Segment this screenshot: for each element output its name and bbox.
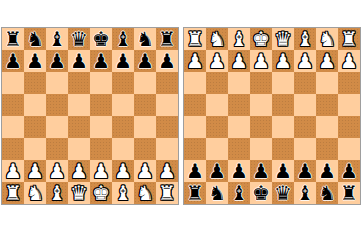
square-c4[interactable] — [294, 94, 316, 116]
square-d5[interactable] — [68, 94, 90, 116]
square-e8[interactable]: ♚ — [250, 182, 272, 204]
square-d2[interactable]: ♟ — [68, 160, 90, 182]
square-e3[interactable] — [90, 138, 112, 160]
square-c7[interactable]: ♟ — [294, 160, 316, 182]
piece-black-pawn[interactable]: ♟ — [48, 50, 66, 72]
square-g6[interactable] — [206, 138, 228, 160]
square-a1[interactable]: ♜ — [338, 28, 360, 50]
piece-black-queen[interactable]: ♛ — [70, 28, 88, 50]
square-e2[interactable]: ♟ — [250, 50, 272, 72]
square-a8[interactable]: ♜ — [338, 182, 360, 204]
square-g4[interactable] — [206, 94, 228, 116]
square-a6[interactable] — [2, 72, 24, 94]
piece-white-pawn[interactable]: ♟ — [340, 50, 358, 72]
piece-white-pawn[interactable]: ♟ — [4, 160, 22, 182]
piece-black-king[interactable]: ♚ — [252, 182, 270, 204]
square-a7[interactable]: ♟ — [338, 160, 360, 182]
piece-black-knight[interactable]: ♞ — [136, 28, 154, 50]
piece-white-king[interactable]: ♚ — [92, 182, 110, 204]
piece-white-rook[interactable]: ♜ — [4, 182, 22, 204]
square-f3[interactable] — [228, 72, 250, 94]
square-h2[interactable]: ♟ — [184, 50, 206, 72]
piece-white-pawn[interactable]: ♟ — [70, 160, 88, 182]
square-a2[interactable]: ♟ — [338, 50, 360, 72]
square-c8[interactable]: ♝ — [46, 28, 68, 50]
square-f7[interactable]: ♟ — [228, 160, 250, 182]
piece-white-pawn[interactable]: ♟ — [92, 160, 110, 182]
square-b5[interactable] — [24, 94, 46, 116]
square-h1[interactable]: ♜ — [156, 182, 178, 204]
square-h7[interactable]: ♟ — [156, 50, 178, 72]
piece-white-pawn[interactable]: ♟ — [208, 50, 226, 72]
piece-black-pawn[interactable]: ♟ — [114, 50, 132, 72]
square-b5[interactable] — [316, 116, 338, 138]
square-g7[interactable]: ♟ — [134, 50, 156, 72]
square-d4[interactable] — [68, 116, 90, 138]
chess-board-white-perspective: ♜♞♝♛♚♝♞♜♟♟♟♟♟♟♟♟♟♟♟♟♟♟♟♟♜♞♝♛♚♝♞♜ — [1, 27, 179, 205]
square-g6[interactable] — [134, 72, 156, 94]
square-g2[interactable]: ♟ — [206, 50, 228, 72]
square-b7[interactable]: ♟ — [24, 50, 46, 72]
square-h8[interactable]: ♜ — [184, 182, 206, 204]
square-f2[interactable]: ♟ — [228, 50, 250, 72]
square-b8[interactable]: ♞ — [316, 182, 338, 204]
square-d3[interactable] — [272, 72, 294, 94]
piece-white-knight[interactable]: ♞ — [136, 182, 154, 204]
square-d7[interactable]: ♟ — [272, 160, 294, 182]
square-d2[interactable]: ♟ — [272, 50, 294, 72]
square-f3[interactable] — [112, 138, 134, 160]
piece-black-bishop[interactable]: ♝ — [48, 28, 66, 50]
square-h6[interactable] — [156, 72, 178, 94]
square-g1[interactable]: ♞ — [134, 182, 156, 204]
piece-white-pawn[interactable]: ♟ — [26, 160, 44, 182]
piece-black-bishop[interactable]: ♝ — [296, 182, 314, 204]
square-f6[interactable] — [228, 138, 250, 160]
piece-black-rook[interactable]: ♜ — [4, 28, 22, 50]
square-c1[interactable]: ♝ — [294, 28, 316, 50]
piece-white-pawn[interactable]: ♟ — [136, 160, 154, 182]
square-f6[interactable] — [112, 72, 134, 94]
square-d1[interactable]: ♛ — [68, 182, 90, 204]
square-e8[interactable]: ♚ — [90, 28, 112, 50]
square-e4[interactable] — [90, 116, 112, 138]
piece-white-pawn[interactable]: ♟ — [252, 50, 270, 72]
square-e2[interactable]: ♟ — [90, 160, 112, 182]
piece-black-knight[interactable]: ♞ — [208, 182, 226, 204]
square-d4[interactable] — [272, 94, 294, 116]
square-g8[interactable]: ♞ — [206, 182, 228, 204]
piece-white-bishop[interactable]: ♝ — [230, 28, 248, 50]
piece-white-bishop[interactable]: ♝ — [48, 182, 66, 204]
square-h1[interactable]: ♜ — [184, 28, 206, 50]
square-d7[interactable]: ♟ — [68, 50, 90, 72]
piece-black-bishop[interactable]: ♝ — [114, 28, 132, 50]
square-a6[interactable] — [338, 138, 360, 160]
piece-black-pawn[interactable]: ♟ — [318, 160, 336, 182]
chess-board-black-perspective: ♜♞♝♚♛♝♞♜♟♟♟♟♟♟♟♟♟♟♟♟♟♟♟♟♜♞♝♚♛♝♞♜ — [183, 27, 361, 205]
piece-white-king[interactable]: ♚ — [252, 28, 270, 50]
piece-black-knight[interactable]: ♞ — [318, 182, 336, 204]
square-c2[interactable]: ♟ — [46, 160, 68, 182]
square-h8[interactable]: ♜ — [156, 28, 178, 50]
square-e4[interactable] — [250, 94, 272, 116]
square-f7[interactable]: ♟ — [112, 50, 134, 72]
square-g8[interactable]: ♞ — [134, 28, 156, 50]
piece-white-bishop[interactable]: ♝ — [296, 28, 314, 50]
piece-black-pawn[interactable]: ♟ — [296, 160, 314, 182]
square-e6[interactable] — [250, 138, 272, 160]
square-a4[interactable] — [2, 116, 24, 138]
square-e6[interactable] — [90, 72, 112, 94]
piece-white-knight[interactable]: ♞ — [208, 28, 226, 50]
workspace: ♜♞♝♛♚♝♞♜♟♟♟♟♟♟♟♟♟♟♟♟♟♟♟♟♜♞♝♛♚♝♞♜ ♜♞♝♚♛♝♞… — [0, 0, 362, 235]
square-h4[interactable] — [156, 116, 178, 138]
piece-white-bishop[interactable]: ♝ — [114, 182, 132, 204]
square-a8[interactable]: ♜ — [2, 28, 24, 50]
piece-black-knight[interactable]: ♞ — [26, 28, 44, 50]
square-f1[interactable]: ♝ — [228, 28, 250, 50]
square-b8[interactable]: ♞ — [24, 28, 46, 50]
square-b4[interactable] — [24, 116, 46, 138]
square-e5[interactable] — [250, 116, 272, 138]
square-b4[interactable] — [316, 94, 338, 116]
square-c3[interactable] — [46, 138, 68, 160]
piece-black-rook[interactable]: ♜ — [340, 182, 358, 204]
square-c6[interactable] — [294, 138, 316, 160]
square-a1[interactable]: ♜ — [2, 182, 24, 204]
piece-black-rook[interactable]: ♜ — [186, 182, 204, 204]
square-c5[interactable] — [294, 116, 316, 138]
square-c1[interactable]: ♝ — [46, 182, 68, 204]
square-c4[interactable] — [46, 116, 68, 138]
square-g4[interactable] — [134, 116, 156, 138]
square-f2[interactable]: ♟ — [112, 160, 134, 182]
square-f5[interactable] — [112, 94, 134, 116]
piece-black-pawn[interactable]: ♟ — [26, 50, 44, 72]
piece-white-knight[interactable]: ♞ — [26, 182, 44, 204]
piece-black-pawn[interactable]: ♟ — [4, 50, 22, 72]
piece-white-rook[interactable]: ♜ — [340, 28, 358, 50]
square-g5[interactable] — [134, 94, 156, 116]
square-g7[interactable]: ♟ — [206, 160, 228, 182]
piece-black-pawn[interactable]: ♟ — [230, 160, 248, 182]
piece-black-queen[interactable]: ♛ — [274, 182, 292, 204]
piece-white-queen[interactable]: ♛ — [274, 28, 292, 50]
piece-black-king[interactable]: ♚ — [92, 28, 110, 50]
piece-black-pawn[interactable]: ♟ — [340, 160, 358, 182]
square-f4[interactable] — [112, 116, 134, 138]
square-f4[interactable] — [228, 94, 250, 116]
square-f8[interactable]: ♝ — [112, 28, 134, 50]
piece-white-rook[interactable]: ♜ — [186, 28, 204, 50]
piece-white-pawn[interactable]: ♟ — [114, 160, 132, 182]
square-c5[interactable] — [46, 94, 68, 116]
square-h7[interactable]: ♟ — [184, 160, 206, 182]
square-f8[interactable]: ♝ — [228, 182, 250, 204]
piece-black-pawn[interactable]: ♟ — [274, 160, 292, 182]
square-g1[interactable]: ♞ — [206, 28, 228, 50]
square-e3[interactable] — [250, 72, 272, 94]
square-h3[interactable] — [184, 72, 206, 94]
square-c6[interactable] — [46, 72, 68, 94]
square-b6[interactable] — [24, 72, 46, 94]
piece-white-queen[interactable]: ♛ — [70, 182, 88, 204]
square-h5[interactable] — [156, 94, 178, 116]
square-d6[interactable] — [272, 138, 294, 160]
square-b7[interactable]: ♟ — [316, 160, 338, 182]
piece-black-pawn[interactable]: ♟ — [158, 50, 176, 72]
square-h5[interactable] — [184, 116, 206, 138]
square-g2[interactable]: ♟ — [134, 160, 156, 182]
square-c3[interactable] — [294, 72, 316, 94]
square-a3[interactable] — [338, 72, 360, 94]
square-a4[interactable] — [338, 94, 360, 116]
square-e7[interactable]: ♟ — [90, 50, 112, 72]
piece-black-pawn[interactable]: ♟ — [252, 160, 270, 182]
piece-white-knight[interactable]: ♞ — [318, 28, 336, 50]
square-d1[interactable]: ♛ — [272, 28, 294, 50]
square-b6[interactable] — [316, 138, 338, 160]
square-a5[interactable] — [338, 116, 360, 138]
square-a3[interactable] — [2, 138, 24, 160]
piece-white-pawn[interactable]: ♟ — [318, 50, 336, 72]
piece-black-bishop[interactable]: ♝ — [230, 182, 248, 204]
square-b2[interactable]: ♟ — [316, 50, 338, 72]
square-b1[interactable]: ♞ — [24, 182, 46, 204]
square-e5[interactable] — [90, 94, 112, 116]
square-h3[interactable] — [156, 138, 178, 160]
square-b3[interactable] — [316, 72, 338, 94]
square-b1[interactable]: ♞ — [316, 28, 338, 50]
piece-white-pawn[interactable]: ♟ — [296, 50, 314, 72]
piece-white-pawn[interactable]: ♟ — [158, 160, 176, 182]
square-h2[interactable]: ♟ — [156, 160, 178, 182]
square-c8[interactable]: ♝ — [294, 182, 316, 204]
piece-white-pawn[interactable]: ♟ — [48, 160, 66, 182]
square-b3[interactable] — [24, 138, 46, 160]
square-c7[interactable]: ♟ — [46, 50, 68, 72]
square-f5[interactable] — [228, 116, 250, 138]
square-g5[interactable] — [206, 116, 228, 138]
piece-white-pawn[interactable]: ♟ — [186, 50, 204, 72]
square-e1[interactable]: ♚ — [250, 28, 272, 50]
square-a7[interactable]: ♟ — [2, 50, 24, 72]
square-b2[interactable]: ♟ — [24, 160, 46, 182]
piece-black-pawn[interactable]: ♟ — [186, 160, 204, 182]
piece-white-pawn[interactable]: ♟ — [274, 50, 292, 72]
square-d6[interactable] — [68, 72, 90, 94]
square-f1[interactable]: ♝ — [112, 182, 134, 204]
square-a5[interactable] — [2, 94, 24, 116]
piece-black-pawn[interactable]: ♟ — [70, 50, 88, 72]
piece-black-pawn[interactable]: ♟ — [136, 50, 154, 72]
square-g3[interactable] — [134, 138, 156, 160]
square-d8[interactable]: ♛ — [68, 28, 90, 50]
piece-black-pawn[interactable]: ♟ — [92, 50, 110, 72]
square-a2[interactable]: ♟ — [2, 160, 24, 182]
square-c2[interactable]: ♟ — [294, 50, 316, 72]
square-g3[interactable] — [206, 72, 228, 94]
square-h4[interactable] — [184, 94, 206, 116]
square-e7[interactable]: ♟ — [250, 160, 272, 182]
square-d8[interactable]: ♛ — [272, 182, 294, 204]
piece-white-pawn[interactable]: ♟ — [230, 50, 248, 72]
square-d5[interactable] — [272, 116, 294, 138]
square-d3[interactable] — [68, 138, 90, 160]
square-e1[interactable]: ♚ — [90, 182, 112, 204]
piece-white-rook[interactable]: ♜ — [158, 182, 176, 204]
piece-black-rook[interactable]: ♜ — [158, 28, 176, 50]
square-h6[interactable] — [184, 138, 206, 160]
piece-black-pawn[interactable]: ♟ — [208, 160, 226, 182]
